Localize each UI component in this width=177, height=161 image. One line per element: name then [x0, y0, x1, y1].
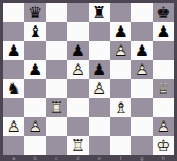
square-c8[interactable]: [46, 3, 67, 22]
square-a7[interactable]: [3, 22, 24, 41]
white-pawn-fill: ♟: [131, 60, 152, 79]
square-f7[interactable]: ♟: [110, 22, 131, 41]
white-pawn-fill: ♟: [3, 117, 24, 136]
square-c3[interactable]: ♜♖: [46, 98, 67, 117]
square-c4[interactable]: [46, 79, 67, 98]
square-g5[interactable]: ♟♙: [131, 60, 152, 79]
square-a1[interactable]: [3, 136, 24, 155]
white-king-fill: ♚: [153, 136, 174, 155]
white-pawn-fill: ♟: [67, 60, 88, 79]
square-a6[interactable]: ♟: [3, 41, 24, 60]
square-c7[interactable]: [46, 22, 67, 41]
square-e7[interactable]: [89, 22, 110, 41]
square-h3[interactable]: [153, 98, 174, 117]
white-rook-icon: ♖: [67, 136, 88, 155]
file-labels: abcdefgh: [3, 155, 174, 161]
black-pawn-icon: ♟: [3, 41, 24, 60]
white-pawn-icon: ♙: [131, 60, 152, 79]
white-rook-fill: ♜: [46, 98, 67, 117]
square-c5[interactable]: [46, 60, 67, 79]
square-a8[interactable]: [3, 3, 24, 22]
white-pawn-icon: ♙: [89, 79, 110, 98]
black-rook-icon: ♜: [89, 3, 110, 22]
square-e4[interactable]: ♟♙: [89, 79, 110, 98]
file-label-c: c: [46, 155, 67, 161]
white-queen-icon: ♕: [153, 79, 174, 98]
square-e1[interactable]: [89, 136, 110, 155]
square-c2[interactable]: [46, 117, 67, 136]
black-king-icon: ♚: [153, 3, 174, 22]
square-h7[interactable]: ♟: [153, 22, 174, 41]
black-pawn-icon: ♟: [67, 41, 88, 60]
square-b7[interactable]: ♝: [24, 22, 45, 41]
white-bishop-fill: ♝: [110, 98, 131, 117]
file-label-b: b: [24, 155, 45, 161]
file-label-f: f: [110, 155, 131, 161]
square-g3[interactable]: [131, 98, 152, 117]
square-g4[interactable]: [131, 79, 152, 98]
white-pawn-icon: ♙: [153, 117, 174, 136]
file-label-e: e: [89, 155, 110, 161]
square-f6[interactable]: ♟♙: [110, 41, 131, 60]
white-pawn-icon: ♙: [24, 117, 45, 136]
square-a4[interactable]: ♞: [3, 79, 24, 98]
square-h2[interactable]: ♟♙: [153, 117, 174, 136]
square-f2[interactable]: [110, 117, 131, 136]
square-h4[interactable]: ♛♕: [153, 79, 174, 98]
square-d7[interactable]: [67, 22, 88, 41]
white-rook-fill: ♜: [67, 136, 88, 155]
file-label-g: g: [131, 155, 152, 161]
square-d4[interactable]: [67, 79, 88, 98]
black-knight-icon: ♞: [3, 79, 24, 98]
file-label-d: d: [67, 155, 88, 161]
square-e2[interactable]: [89, 117, 110, 136]
white-pawn-fill: ♟: [89, 79, 110, 98]
chess-board: ♛♜♚♝♟♟♟♟♟♙♟♟♟♙♟♟♙♞♟♙♛♕♜♖♝♗♟♙♟♙♟♙♜♖♚♔: [3, 3, 174, 155]
square-e3[interactable]: [89, 98, 110, 117]
file-label-a: a: [3, 155, 24, 161]
square-e6[interactable]: [89, 41, 110, 60]
black-queen-icon: ♛: [24, 3, 45, 22]
square-a3[interactable]: [3, 98, 24, 117]
square-g2[interactable]: [131, 117, 152, 136]
white-pawn-fill: ♟: [153, 117, 174, 136]
white-rook-icon: ♖: [46, 98, 67, 117]
square-e5[interactable]: ♟: [89, 60, 110, 79]
square-f3[interactable]: ♝♗: [110, 98, 131, 117]
square-d3[interactable]: [67, 98, 88, 117]
white-pawn-icon: ♙: [67, 60, 88, 79]
square-b4[interactable]: [24, 79, 45, 98]
white-pawn-fill: ♟: [110, 41, 131, 60]
square-g8[interactable]: [131, 3, 152, 22]
black-bishop-icon: ♝: [24, 22, 45, 41]
file-label-h: h: [153, 155, 174, 161]
square-f5[interactable]: [110, 60, 131, 79]
square-d1[interactable]: ♜♖: [67, 136, 88, 155]
square-f4[interactable]: [110, 79, 131, 98]
square-c6[interactable]: [46, 41, 67, 60]
square-b6[interactable]: [24, 41, 45, 60]
white-pawn-fill: ♟: [24, 117, 45, 136]
square-h1[interactable]: ♚♔: [153, 136, 174, 155]
chess-diagram: ♛♜♚♝♟♟♟♟♟♙♟♟♟♙♟♟♙♞♟♙♛♕♜♖♝♗♟♙♟♙♟♙♜♖♚♔ abc…: [0, 0, 177, 161]
square-c1[interactable]: [46, 136, 67, 155]
square-b8[interactable]: ♛: [24, 3, 45, 22]
square-d5[interactable]: ♟♙: [67, 60, 88, 79]
square-h6[interactable]: [153, 41, 174, 60]
white-king-icon: ♔: [153, 136, 174, 155]
black-pawn-icon: ♟: [131, 41, 152, 60]
square-h8[interactable]: ♚: [153, 3, 174, 22]
square-b5[interactable]: ♟: [24, 60, 45, 79]
white-bishop-icon: ♗: [110, 98, 131, 117]
square-d8[interactable]: [67, 3, 88, 22]
black-pawn-icon: ♟: [110, 22, 131, 41]
white-queen-fill: ♛: [153, 79, 174, 98]
square-f8[interactable]: [110, 3, 131, 22]
square-d6[interactable]: ♟: [67, 41, 88, 60]
black-pawn-icon: ♟: [89, 60, 110, 79]
square-f1[interactable]: [110, 136, 131, 155]
square-g6[interactable]: ♟: [131, 41, 152, 60]
white-pawn-icon: ♙: [3, 117, 24, 136]
black-pawn-icon: ♟: [24, 60, 45, 79]
square-a2[interactable]: ♟♙: [3, 117, 24, 136]
square-b1[interactable]: [24, 136, 45, 155]
white-pawn-icon: ♙: [110, 41, 131, 60]
square-b2[interactable]: ♟♙: [24, 117, 45, 136]
square-e8[interactable]: ♜: [89, 3, 110, 22]
square-h5[interactable]: [153, 60, 174, 79]
square-a5[interactable]: [3, 60, 24, 79]
square-b3[interactable]: [24, 98, 45, 117]
square-g1[interactable]: [131, 136, 152, 155]
square-g7[interactable]: [131, 22, 152, 41]
black-pawn-icon: ♟: [153, 22, 174, 41]
square-d2[interactable]: [67, 117, 88, 136]
